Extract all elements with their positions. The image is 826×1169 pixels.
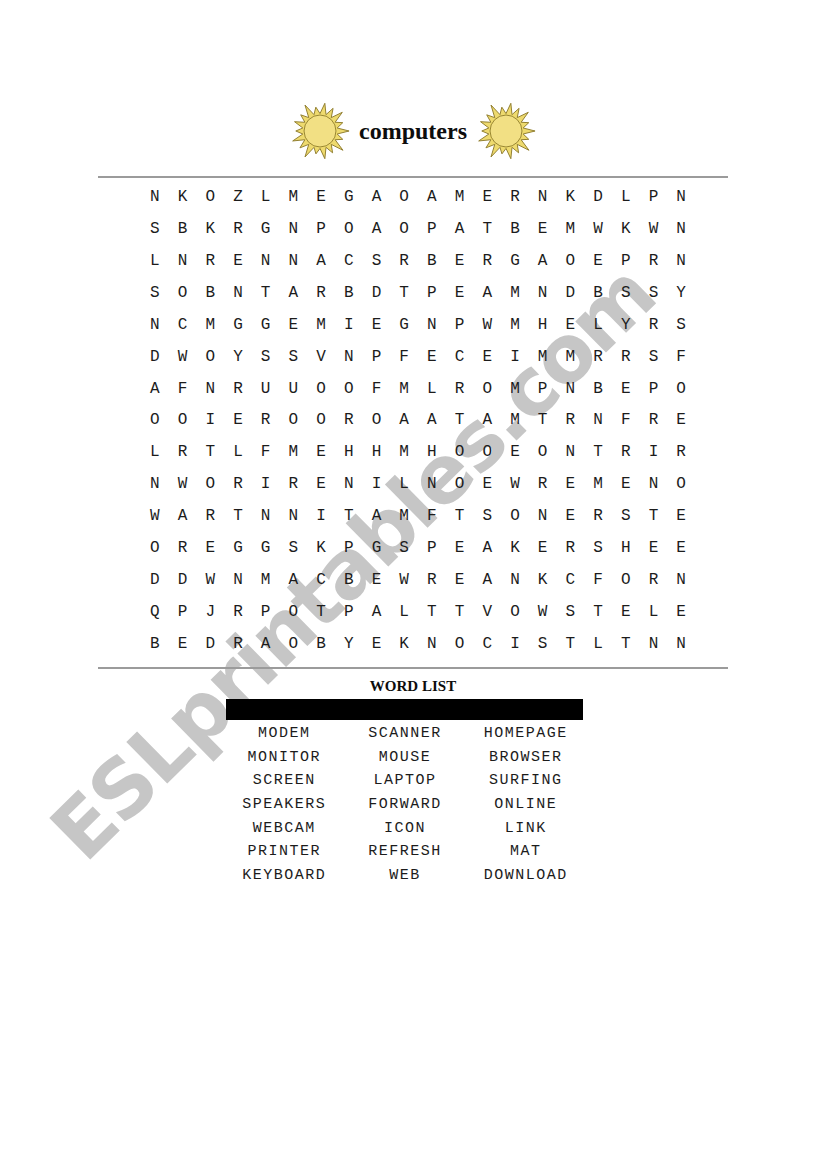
grid-cell-letter: S bbox=[612, 500, 640, 532]
grid-cell-letter: K bbox=[196, 213, 224, 245]
word-list-item: LAPTOP bbox=[345, 769, 466, 793]
grid-cell-letter: O bbox=[473, 373, 501, 405]
grid-cell-letter: P bbox=[252, 596, 280, 628]
grid-cell-letter: N bbox=[335, 468, 363, 500]
grid-cell-letter: S bbox=[557, 596, 585, 628]
grid-cell-letter: N bbox=[418, 309, 446, 341]
grid-cell-letter: F bbox=[418, 500, 446, 532]
grid-cell-letter: O bbox=[363, 405, 391, 437]
grid-cell-letter: O bbox=[667, 373, 695, 405]
grid-cell-letter: S bbox=[612, 277, 640, 309]
grid-cell-letter: O bbox=[335, 373, 363, 405]
grid-cell-letter: B bbox=[584, 373, 612, 405]
word-list-item: MODEM bbox=[224, 722, 345, 746]
grid-cell-letter: T bbox=[473, 213, 501, 245]
grid-cell-letter: E bbox=[418, 341, 446, 373]
grid-cell-letter: B bbox=[196, 277, 224, 309]
grid-cell-letter: E bbox=[501, 436, 529, 468]
grid-cell-letter: E bbox=[446, 532, 474, 564]
grid-cell-letter: S bbox=[640, 341, 668, 373]
grid-cell-letter: L bbox=[141, 436, 169, 468]
grid-cell-letter: Y bbox=[667, 277, 695, 309]
divider-bottom bbox=[98, 667, 728, 669]
grid-cell-letter: N bbox=[640, 468, 668, 500]
grid-cell-letter: E bbox=[667, 532, 695, 564]
grid-cell-letter: E bbox=[667, 596, 695, 628]
word-list-heading: WORD LIST bbox=[0, 678, 826, 695]
grid-cell-letter: S bbox=[280, 532, 308, 564]
word-search-grid: NKOZLMEGAOAMERNKDLPNSBKRGNPOAOPATBEMWKWN… bbox=[141, 181, 695, 660]
grid-cell-letter: O bbox=[307, 373, 335, 405]
grid-cell-letter: G bbox=[252, 532, 280, 564]
grid-cell-letter: G bbox=[224, 532, 252, 564]
grid-cell-letter: Z bbox=[224, 181, 252, 213]
grid-cell-letter: N bbox=[529, 181, 557, 213]
grid-cell-letter: G bbox=[363, 532, 391, 564]
grid-cell-letter: O bbox=[141, 405, 169, 437]
word-list-item: HOMEPAGE bbox=[465, 722, 586, 746]
grid-cell-letter: R bbox=[501, 181, 529, 213]
word-list-item: ICON bbox=[345, 816, 466, 840]
grid-cell-letter: M bbox=[390, 436, 418, 468]
grid-cell-letter: R bbox=[335, 405, 363, 437]
grid-cell-letter: P bbox=[640, 181, 668, 213]
grid-cell-letter: P bbox=[612, 245, 640, 277]
grid-cell-letter: U bbox=[280, 373, 308, 405]
grid-cell-letter: C bbox=[307, 564, 335, 596]
grid-cell-letter: A bbox=[307, 245, 335, 277]
grid-cell-letter: G bbox=[335, 181, 363, 213]
grid-cell-letter: O bbox=[446, 468, 474, 500]
word-list-item: FORWARD bbox=[345, 793, 466, 817]
grid-cell-letter: R bbox=[224, 373, 252, 405]
grid-cell-letter: A bbox=[446, 213, 474, 245]
word-list-item: KEYBOARD bbox=[224, 864, 345, 888]
grid-cell-letter: E bbox=[557, 309, 585, 341]
grid-cell-letter: H bbox=[363, 436, 391, 468]
grid-cell-letter: D bbox=[169, 564, 197, 596]
grid-cell-letter: E bbox=[363, 628, 391, 660]
grid-cell-letter: Y bbox=[612, 309, 640, 341]
grid-cell-letter: M bbox=[501, 373, 529, 405]
grid-cell-letter: W bbox=[169, 468, 197, 500]
grid-cell-letter: L bbox=[612, 181, 640, 213]
grid-cell-letter: L bbox=[390, 468, 418, 500]
grid-cell-letter: E bbox=[473, 181, 501, 213]
grid-cell-letter: E bbox=[584, 245, 612, 277]
grid-cell-letter: O bbox=[141, 532, 169, 564]
grid-cell-letter: M bbox=[557, 213, 585, 245]
grid-cell-letter: R bbox=[252, 405, 280, 437]
grid-cell-letter: G bbox=[252, 309, 280, 341]
word-list-item: MONITOR bbox=[224, 746, 345, 770]
word-list-item: REFRESH bbox=[345, 840, 466, 864]
grid-cell-letter: D bbox=[363, 277, 391, 309]
grid-cell-letter: R bbox=[169, 532, 197, 564]
grid-cell-letter: H bbox=[529, 309, 557, 341]
grid-cell-letter: T bbox=[418, 596, 446, 628]
grid-cell-letter: B bbox=[335, 564, 363, 596]
grid-cell-letter: R bbox=[390, 245, 418, 277]
grid-cell-letter: W bbox=[473, 309, 501, 341]
grid-cell-letter: L bbox=[584, 309, 612, 341]
grid-cell-letter: F bbox=[390, 341, 418, 373]
grid-cell-letter: O bbox=[280, 596, 308, 628]
grid-cell-letter: B bbox=[307, 628, 335, 660]
grid-cell-letter: P bbox=[363, 341, 391, 373]
grid-cell-letter: E bbox=[307, 468, 335, 500]
grid-cell-letter: G bbox=[501, 245, 529, 277]
grid-cell-letter: A bbox=[280, 277, 308, 309]
grid-cell-letter: C bbox=[557, 564, 585, 596]
grid-cell-letter: D bbox=[141, 564, 169, 596]
grid-cell-letter: I bbox=[335, 309, 363, 341]
grid-cell-letter: T bbox=[196, 436, 224, 468]
grid-cell-letter: R bbox=[196, 245, 224, 277]
grid-cell-letter: B bbox=[501, 213, 529, 245]
grid-cell-letter: B bbox=[418, 245, 446, 277]
grid-cell-letter: F bbox=[667, 341, 695, 373]
grid-cell-letter: I bbox=[252, 468, 280, 500]
grid-cell-letter: K bbox=[307, 532, 335, 564]
grid-cell-letter: R bbox=[640, 564, 668, 596]
grid-cell-letter: W bbox=[501, 468, 529, 500]
grid-cell-letter: O bbox=[529, 436, 557, 468]
grid-cell-letter: E bbox=[363, 564, 391, 596]
grid-cell-letter: N bbox=[141, 468, 169, 500]
grid-cell-letter: T bbox=[446, 500, 474, 532]
grid-cell-letter: O bbox=[335, 213, 363, 245]
grid-cell-letter: O bbox=[473, 436, 501, 468]
grid-cell-letter: W bbox=[141, 500, 169, 532]
grid-cell-letter: T bbox=[446, 405, 474, 437]
grid-cell-letter: N bbox=[501, 564, 529, 596]
grid-cell-letter: T bbox=[612, 628, 640, 660]
title-row: computers bbox=[0, 99, 826, 163]
grid-cell-letter: L bbox=[141, 245, 169, 277]
grid-cell-letter: L bbox=[390, 596, 418, 628]
grid-cell-letter: O bbox=[196, 468, 224, 500]
grid-cell-letter: N bbox=[418, 468, 446, 500]
grid-cell-letter: M bbox=[196, 309, 224, 341]
grid-cell-letter: R bbox=[640, 309, 668, 341]
grid-cell-letter: A bbox=[141, 373, 169, 405]
word-list-column: HOMEPAGEBROWSERSURFINGONLINELINKMATDOWNL… bbox=[465, 722, 586, 887]
grid-cell-letter: S bbox=[584, 532, 612, 564]
grid-cell-letter: I bbox=[363, 468, 391, 500]
grid-cell-letter: D bbox=[141, 341, 169, 373]
grid-cell-letter: E bbox=[640, 532, 668, 564]
grid-cell-letter: R bbox=[612, 341, 640, 373]
grid-cell-letter: N bbox=[224, 564, 252, 596]
grid-cell-letter: O bbox=[196, 181, 224, 213]
grid-cell-letter: N bbox=[169, 245, 197, 277]
page-title: computers bbox=[357, 118, 469, 145]
grid-cell-letter: O bbox=[667, 468, 695, 500]
sun-icon bbox=[475, 100, 537, 162]
grid-cell-letter: K bbox=[390, 628, 418, 660]
grid-cell-letter: T bbox=[557, 628, 585, 660]
grid-cell-letter: J bbox=[196, 596, 224, 628]
grid-cell-letter: A bbox=[363, 213, 391, 245]
grid-cell-letter: E bbox=[169, 628, 197, 660]
grid-cell-letter: Y bbox=[335, 628, 363, 660]
grid-cell-letter: E bbox=[667, 405, 695, 437]
grid-cell-letter: P bbox=[307, 213, 335, 245]
grid-cell-letter: E bbox=[196, 532, 224, 564]
grid-cell-letter: R bbox=[612, 436, 640, 468]
sun-icon bbox=[289, 100, 351, 162]
grid-cell-letter: V bbox=[473, 596, 501, 628]
grid-cell-letter: S bbox=[363, 245, 391, 277]
grid-cell-letter: T bbox=[390, 277, 418, 309]
grid-cell-letter: E bbox=[224, 405, 252, 437]
grid-cell-letter: B bbox=[141, 628, 169, 660]
grid-cell-letter: K bbox=[501, 532, 529, 564]
grid-cell-letter: O bbox=[501, 596, 529, 628]
word-list-item: BROWSER bbox=[465, 746, 586, 770]
grid-cell-letter: W bbox=[640, 213, 668, 245]
grid-cell-letter: E bbox=[307, 436, 335, 468]
grid-cell-letter: R bbox=[280, 468, 308, 500]
grid-cell-letter: A bbox=[363, 181, 391, 213]
word-list-item: WEB bbox=[345, 864, 466, 888]
grid-cell-letter: C bbox=[446, 341, 474, 373]
grid-cell-letter: P bbox=[335, 532, 363, 564]
grid-cell-letter: O bbox=[501, 500, 529, 532]
grid-cell-letter: R bbox=[584, 500, 612, 532]
grid-cell-letter: E bbox=[363, 309, 391, 341]
grid-cell-letter: R bbox=[640, 405, 668, 437]
grid-cell-letter: N bbox=[335, 341, 363, 373]
grid-cell-letter: A bbox=[473, 405, 501, 437]
grid-cell-letter: N bbox=[196, 373, 224, 405]
grid-cell-letter: T bbox=[252, 277, 280, 309]
grid-cell-letter: A bbox=[473, 532, 501, 564]
grid-cell-letter: S bbox=[280, 341, 308, 373]
grid-cell-letter: A bbox=[529, 245, 557, 277]
grid-cell-letter: W bbox=[584, 213, 612, 245]
grid-cell-letter: F bbox=[169, 373, 197, 405]
grid-cell-letter: N bbox=[280, 500, 308, 532]
grid-cell-letter: W bbox=[390, 564, 418, 596]
grid-cell-letter: E bbox=[557, 468, 585, 500]
grid-cell-letter: W bbox=[196, 564, 224, 596]
grid-cell-letter: N bbox=[640, 628, 668, 660]
grid-cell-letter: E bbox=[557, 500, 585, 532]
grid-cell-letter: R bbox=[307, 277, 335, 309]
grid-cell-letter: R bbox=[196, 500, 224, 532]
grid-cell-letter: A bbox=[363, 500, 391, 532]
grid-cell-letter: N bbox=[280, 245, 308, 277]
grid-cell-letter: C bbox=[473, 628, 501, 660]
grid-cell-letter: V bbox=[307, 341, 335, 373]
grid-cell-letter: F bbox=[252, 436, 280, 468]
grid-cell-letter: H bbox=[335, 436, 363, 468]
word-list-item: LINK bbox=[465, 816, 586, 840]
grid-cell-letter: O bbox=[307, 405, 335, 437]
grid-cell-letter: S bbox=[141, 213, 169, 245]
grid-cell-letter: L bbox=[224, 436, 252, 468]
grid-cell-letter: N bbox=[557, 373, 585, 405]
word-list-item: SCANNER bbox=[345, 722, 466, 746]
grid-cell-letter: E bbox=[612, 596, 640, 628]
grid-cell-letter: O bbox=[169, 277, 197, 309]
grid-cell-letter: I bbox=[196, 405, 224, 437]
grid-cell-letter: G bbox=[224, 309, 252, 341]
grid-cell-letter: A bbox=[363, 596, 391, 628]
grid-cell-letter: I bbox=[640, 436, 668, 468]
grid-cell-letter: R bbox=[529, 468, 557, 500]
grid-cell-letter: M bbox=[584, 468, 612, 500]
grid-cell-letter: E bbox=[307, 181, 335, 213]
grid-cell-letter: M bbox=[280, 181, 308, 213]
grid-cell-letter: N bbox=[557, 436, 585, 468]
word-list-item: MOUSE bbox=[345, 746, 466, 770]
grid-cell-letter: B bbox=[335, 277, 363, 309]
grid-cell-letter: N bbox=[667, 213, 695, 245]
word-list-item: WEBCAM bbox=[224, 816, 345, 840]
grid-cell-letter: N bbox=[141, 309, 169, 341]
word-list-item: SCREEN bbox=[224, 769, 345, 793]
grid-cell-letter: M bbox=[252, 564, 280, 596]
grid-cell-letter: S bbox=[252, 341, 280, 373]
grid-cell-letter: E bbox=[280, 309, 308, 341]
grid-cell-letter: N bbox=[224, 277, 252, 309]
grid-cell-letter: D bbox=[196, 628, 224, 660]
grid-cell-letter: M bbox=[307, 309, 335, 341]
grid-cell-letter: N bbox=[667, 564, 695, 596]
grid-cell-letter: D bbox=[557, 277, 585, 309]
grid-cell-letter: M bbox=[501, 405, 529, 437]
grid-cell-letter: P bbox=[169, 596, 197, 628]
grid-cell-letter: R bbox=[224, 596, 252, 628]
grid-cell-letter: A bbox=[280, 564, 308, 596]
grid-cell-letter: R bbox=[418, 564, 446, 596]
grid-cell-letter: P bbox=[335, 596, 363, 628]
grid-cell-letter: N bbox=[280, 213, 308, 245]
grid-cell-letter: E bbox=[667, 500, 695, 532]
word-list-item: MAT bbox=[465, 840, 586, 864]
grid-cell-letter: R bbox=[446, 373, 474, 405]
grid-cell-letter: B bbox=[169, 213, 197, 245]
grid-cell-letter: S bbox=[529, 628, 557, 660]
grid-cell-letter: M bbox=[446, 181, 474, 213]
grid-cell-letter: A bbox=[473, 277, 501, 309]
grid-cell-letter: O bbox=[557, 245, 585, 277]
grid-cell-letter: S bbox=[667, 309, 695, 341]
grid-cell-letter: G bbox=[390, 309, 418, 341]
grid-cell-letter: C bbox=[169, 309, 197, 341]
grid-cell-letter: N bbox=[141, 181, 169, 213]
grid-cell-letter: O bbox=[446, 436, 474, 468]
grid-cell-letter: H bbox=[612, 532, 640, 564]
grid-cell-letter: F bbox=[584, 564, 612, 596]
grid-cell-letter: T bbox=[307, 596, 335, 628]
grid-cell-letter: R bbox=[473, 245, 501, 277]
grid-cell-letter: E bbox=[446, 564, 474, 596]
grid-cell-letter: E bbox=[529, 213, 557, 245]
grid-cell-letter: A bbox=[473, 564, 501, 596]
grid-cell-letter: O bbox=[280, 628, 308, 660]
grid-cell-letter: T bbox=[584, 596, 612, 628]
grid-cell-letter: L bbox=[584, 628, 612, 660]
grid-cell-letter: P bbox=[418, 213, 446, 245]
grid-cell-letter: I bbox=[501, 628, 529, 660]
word-list-item: SURFING bbox=[465, 769, 586, 793]
grid-cell-letter: M bbox=[501, 277, 529, 309]
grid-cell-letter: I bbox=[501, 341, 529, 373]
grid-cell-letter: N bbox=[667, 181, 695, 213]
grid-cell-letter: K bbox=[612, 213, 640, 245]
grid-cell-letter: E bbox=[529, 532, 557, 564]
grid-cell-letter: N bbox=[252, 500, 280, 532]
grid-cell-letter: S bbox=[473, 500, 501, 532]
grid-cell-letter: O bbox=[390, 213, 418, 245]
grid-cell-letter: T bbox=[640, 500, 668, 532]
grid-cell-letter: W bbox=[169, 341, 197, 373]
redaction-bar bbox=[226, 699, 583, 720]
word-list-column: SCANNERMOUSELAPTOPFORWARDICONREFRESHWEB bbox=[345, 722, 466, 887]
grid-cell-letter: P bbox=[640, 373, 668, 405]
grid-cell-letter: Q bbox=[141, 596, 169, 628]
word-list-column: MODEMMONITORSCREENSPEAKERSWEBCAMPRINTERK… bbox=[224, 722, 345, 887]
grid-cell-letter: K bbox=[557, 181, 585, 213]
grid-cell-letter: K bbox=[169, 181, 197, 213]
grid-cell-letter: L bbox=[418, 373, 446, 405]
grid-cell-letter: O bbox=[446, 628, 474, 660]
grid-cell-letter: S bbox=[390, 532, 418, 564]
grid-cell-letter: A bbox=[169, 500, 197, 532]
grid-cell-letter: R bbox=[640, 245, 668, 277]
divider-top bbox=[98, 176, 728, 178]
worksheet-page: ESLprintables.com computers NKOZLMEGAOAM… bbox=[0, 0, 826, 1169]
grid-cell-letter: G bbox=[252, 213, 280, 245]
grid-cell-letter: P bbox=[529, 373, 557, 405]
grid-cell-letter: R bbox=[557, 405, 585, 437]
grid-cell-letter: A bbox=[252, 628, 280, 660]
grid-cell-letter: A bbox=[418, 405, 446, 437]
grid-cell-letter: I bbox=[307, 500, 335, 532]
grid-cell-letter: R bbox=[224, 213, 252, 245]
grid-cell-letter: M bbox=[501, 309, 529, 341]
grid-cell-letter: K bbox=[529, 564, 557, 596]
grid-cell-letter: T bbox=[335, 500, 363, 532]
grid-cell-letter: F bbox=[363, 373, 391, 405]
grid-cell-letter: E bbox=[473, 468, 501, 500]
grid-cell-letter: P bbox=[418, 532, 446, 564]
grid-cell-letter: M bbox=[280, 436, 308, 468]
grid-cell-letter: S bbox=[640, 277, 668, 309]
grid-cell-letter: E bbox=[446, 245, 474, 277]
grid-cell-letter: M bbox=[390, 373, 418, 405]
grid-cell-letter: N bbox=[667, 628, 695, 660]
grid-cell-letter: T bbox=[584, 436, 612, 468]
grid-cell-letter: N bbox=[529, 277, 557, 309]
grid-cell-letter: O bbox=[280, 405, 308, 437]
grid-cell-letter: F bbox=[612, 405, 640, 437]
grid-cell-letter: P bbox=[418, 277, 446, 309]
grid-cell-letter: T bbox=[529, 405, 557, 437]
grid-cell-letter: L bbox=[252, 181, 280, 213]
grid-cell-letter: O bbox=[169, 405, 197, 437]
word-list-item: DOWNLOAD bbox=[465, 864, 586, 888]
grid-cell-letter: T bbox=[224, 500, 252, 532]
grid-cell-letter: O bbox=[196, 341, 224, 373]
grid-cell-letter: T bbox=[446, 596, 474, 628]
grid-cell-letter: N bbox=[418, 628, 446, 660]
grid-cell-letter: O bbox=[612, 564, 640, 596]
